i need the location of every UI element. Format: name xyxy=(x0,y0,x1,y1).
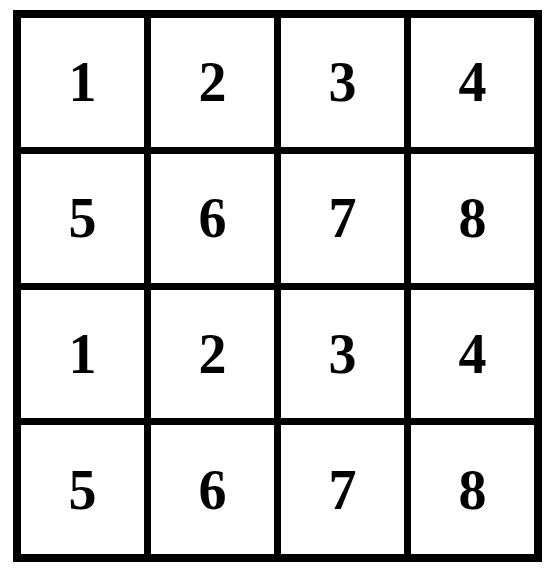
cell-number: 2 xyxy=(199,54,227,110)
cell-r2c1: 2 xyxy=(151,290,274,419)
cell-number: 1 xyxy=(69,54,97,110)
cell-number: 6 xyxy=(199,462,227,518)
cell-r2c0: 1 xyxy=(21,290,144,419)
cell-r0c2: 3 xyxy=(281,18,404,147)
cell-r1c3: 8 xyxy=(411,154,534,283)
cell-number: 5 xyxy=(69,190,97,246)
cell-r3c0: 5 xyxy=(21,425,144,554)
cell-r3c3: 8 xyxy=(411,425,534,554)
cell-r2c3: 4 xyxy=(411,290,534,419)
cell-number: 1 xyxy=(69,326,97,382)
cell-number: 7 xyxy=(329,190,357,246)
cell-number: 8 xyxy=(459,462,487,518)
cell-number: 6 xyxy=(199,190,227,246)
cell-number: 3 xyxy=(329,54,357,110)
cell-r0c0: 1 xyxy=(21,18,144,147)
cell-r0c3: 4 xyxy=(411,18,534,147)
cell-number: 4 xyxy=(459,54,487,110)
cell-number: 2 xyxy=(199,326,227,382)
number-grid-board: 1 2 3 4 5 6 7 8 1 2 3 4 5 6 7 8 xyxy=(13,10,542,562)
cell-number: 4 xyxy=(459,326,487,382)
cell-r3c1: 6 xyxy=(151,425,274,554)
cell-number: 7 xyxy=(329,462,357,518)
cell-r1c2: 7 xyxy=(281,154,404,283)
cell-number: 3 xyxy=(329,326,357,382)
cell-r1c0: 5 xyxy=(21,154,144,283)
cell-number: 8 xyxy=(459,190,487,246)
cell-r0c1: 2 xyxy=(151,18,274,147)
cell-r2c2: 3 xyxy=(281,290,404,419)
cell-number: 5 xyxy=(69,462,97,518)
cell-r3c2: 7 xyxy=(281,425,404,554)
cell-r1c1: 6 xyxy=(151,154,274,283)
